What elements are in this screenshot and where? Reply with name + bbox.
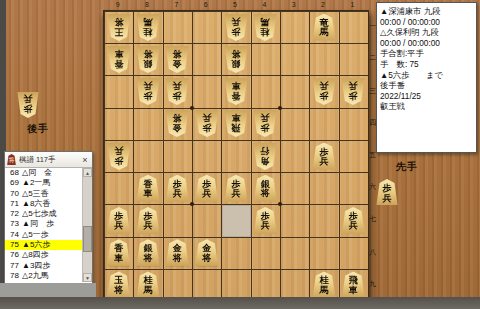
move-text: △5一歩 (22, 230, 49, 240)
kifu-move-row[interactable]: 72△5七歩成 (5, 209, 83, 219)
shogi-piece-gote[interactable]: 銀将 (136, 46, 160, 73)
rank-label: 二 (369, 54, 376, 62)
shogi-piece-sente[interactable]: 香車 (107, 239, 131, 266)
move-text: △同 金 (22, 168, 52, 178)
move-text: ▲8六香 (22, 199, 50, 209)
shogi-piece-sente[interactable]: 金将 (195, 239, 219, 266)
move-number: 71 (5, 199, 19, 209)
shogi-piece-sente[interactable]: 歩兵 (107, 207, 131, 234)
hoshi-dot (278, 202, 282, 206)
move-number: 73 (5, 219, 19, 229)
file-label: 1 (347, 1, 357, 9)
scroll-up-icon[interactable]: ▲ (83, 168, 92, 177)
shogi-piece-gote[interactable]: 王将 (107, 14, 131, 41)
shogi-piece-gote[interactable]: 歩兵 (195, 110, 219, 137)
game-info-window: ▲深浦康市 九段00:00 / 00:00:00△久保利明 九段00:00 / … (376, 2, 477, 153)
info-line: 00:00 / 00:00:00 (380, 17, 476, 28)
last-move-vacated-square[interactable] (222, 205, 250, 236)
shogi-piece-gote[interactable]: 歩兵 (165, 78, 189, 105)
info-line: ▲5六歩 まで (380, 70, 476, 81)
move-number: 72 (5, 209, 19, 219)
info-line: 後手番 (380, 80, 476, 91)
kifu-move-row[interactable]: 69▲2一馬 (5, 178, 83, 188)
kifu-titlebar[interactable]: 将 棋譜 117手 × (5, 152, 92, 168)
shogi-piece-sente[interactable]: 歩兵 (136, 207, 160, 234)
hoshi-dot (190, 202, 194, 206)
shogi-piece-sente[interactable]: 飛車 (341, 271, 365, 298)
file-label: 8 (142, 1, 152, 9)
board-shadow-strip (0, 297, 480, 309)
shogi-piece-icon: 将 (7, 154, 16, 165)
kifu-move-row[interactable]: 73▲同 歩 (5, 219, 83, 229)
kifu-move-row[interactable]: 74△5一歩 (5, 230, 83, 240)
rank-label: 四 (369, 119, 376, 127)
shogi-piece-sente[interactable]: 歩兵 (312, 143, 336, 170)
move-number: 75 (5, 240, 19, 250)
move-text: ▲5六歩 (22, 240, 50, 250)
file-label: 9 (113, 1, 123, 9)
hoshi-dot (190, 106, 194, 110)
gote-label: 後手 (27, 122, 49, 136)
rank-label: 六 (369, 183, 376, 191)
file-label: 4 (259, 1, 269, 9)
kifu-title: 棋譜 117手 (19, 155, 80, 165)
kifu-scrollbar[interactable]: ▲ ▼ (82, 168, 92, 282)
shogi-piece-sente[interactable]: 歩兵 (195, 175, 219, 202)
info-line: 00:00 / 00:00:00 (380, 38, 476, 49)
shogi-piece-sente[interactable]: 玉将 (107, 271, 131, 298)
move-text: △5三香 (22, 189, 49, 199)
shogi-piece-gote[interactable]: 歩兵 (107, 143, 131, 170)
shogi-board[interactable]: 王将桂馬歩兵桂馬竜馬香車銀将金将銀将歩兵歩兵香車歩兵歩兵金将歩兵飛車歩兵歩兵角行… (103, 10, 369, 302)
move-number: 78 (5, 271, 19, 281)
rank-label: 五 (369, 151, 376, 159)
shogi-piece-gote[interactable]: 桂馬 (253, 14, 277, 41)
shogi-piece-sente[interactable]: 竜馬 (312, 14, 336, 41)
move-text: △5七歩成 (22, 209, 57, 219)
move-number: 69 (5, 178, 19, 188)
shogi-piece-sente[interactable]: 桂馬 (136, 271, 160, 298)
kifu-move-row[interactable]: 77▲3四歩 (5, 261, 83, 271)
file-label: 3 (289, 1, 299, 9)
info-line: ▲深浦康市 九段 (380, 6, 476, 17)
scroll-down-icon[interactable]: ▼ (83, 273, 92, 282)
scrollbar-thumb[interactable] (83, 226, 92, 252)
file-label: 7 (171, 1, 181, 9)
shogi-piece-sente[interactable]: 歩兵 (253, 207, 277, 234)
shogi-piece-sente[interactable]: 銀将 (253, 175, 277, 202)
move-number: 76 (5, 250, 19, 260)
info-line: 2022/11/25 (380, 91, 476, 102)
rank-label: 八 (369, 248, 376, 256)
kifu-move-row[interactable]: 76△8四歩 (5, 250, 83, 260)
shogi-piece-gote[interactable]: 歩兵 (312, 78, 336, 105)
info-line: 叡王戦 (380, 101, 476, 112)
file-label: 2 (318, 1, 328, 9)
kifu-window: 将 棋譜 117手 × 68△同 金69▲2一馬70△5三香71▲8六香72△5… (4, 151, 93, 284)
info-line: 手 数: 75 (380, 59, 476, 70)
shogi-piece-gote[interactable]: 角行 (253, 143, 277, 170)
move-text: △2九馬 (22, 271, 49, 281)
move-text: ▲2一馬 (22, 178, 50, 188)
shogi-piece-sente[interactable]: 桂馬 (312, 271, 336, 298)
shogi-piece-sente[interactable]: 銀将 (136, 239, 160, 266)
rank-label: 三 (369, 87, 376, 95)
move-text: ▲3四歩 (22, 261, 50, 271)
shogi-piece-gote[interactable]: 飛車 (224, 110, 248, 137)
shogi-piece-sente[interactable]: 歩兵 (224, 175, 248, 202)
shogi-piece-gote[interactable]: 金将 (165, 46, 189, 73)
kifu-move-row[interactable]: 70△5三香 (5, 189, 83, 199)
shogi-piece-sente[interactable]: 歩兵 (165, 175, 189, 202)
shogi-piece-gote[interactable]: 歩兵 (341, 78, 365, 105)
info-line: 手合割:平手 (380, 48, 476, 59)
rank-label: 九 (369, 280, 376, 288)
shogi-piece-gote[interactable]: 歩兵 (253, 110, 277, 137)
shogi-piece-gote[interactable]: 銀将 (224, 46, 248, 73)
shogi-piece-gote[interactable]: 香車 (107, 46, 131, 73)
hoshi-dot (278, 106, 282, 110)
move-number: 70 (5, 189, 19, 199)
shogi-piece-sente[interactable]: 金将 (165, 239, 189, 266)
shogi-piece-gote[interactable]: 歩兵 (224, 14, 248, 41)
shogi-piece-sente[interactable]: 歩兵 (341, 207, 365, 234)
move-text: ▲同 歩 (22, 219, 54, 229)
kifu-move-row[interactable]: 71▲8六香 (5, 199, 83, 209)
kifu-move-row[interactable]: 75▲5六歩 (5, 240, 83, 250)
shogi-piece-gote[interactable]: 歩兵 (136, 78, 160, 105)
info-line: △久保利明 九段 (380, 27, 476, 38)
move-text: △8四歩 (22, 250, 49, 260)
close-icon[interactable]: × (80, 155, 90, 165)
shogi-piece-sente[interactable]: 香車 (136, 175, 160, 202)
shogi-piece-gote[interactable]: 香車 (224, 78, 248, 105)
shogi-piece-gote[interactable]: 桂馬 (136, 14, 160, 41)
file-label: 6 (201, 1, 211, 9)
kifu-move-list: 68△同 金69▲2一馬70△5三香71▲8六香72△5七歩成73▲同 歩74△… (5, 168, 83, 282)
rank-label: 一 (369, 22, 376, 30)
kifu-move-row[interactable]: 68△同 金 (5, 168, 83, 178)
file-label: 5 (230, 1, 240, 9)
move-number: 68 (5, 168, 19, 178)
sente-label: 先手 (396, 160, 418, 174)
move-number: 77 (5, 261, 19, 271)
move-number: 74 (5, 230, 19, 240)
kifu-move-row[interactable]: 78△2九馬 (5, 271, 83, 281)
rank-label: 七 (369, 215, 376, 223)
shogi-piece-gote[interactable]: 金将 (165, 110, 189, 137)
